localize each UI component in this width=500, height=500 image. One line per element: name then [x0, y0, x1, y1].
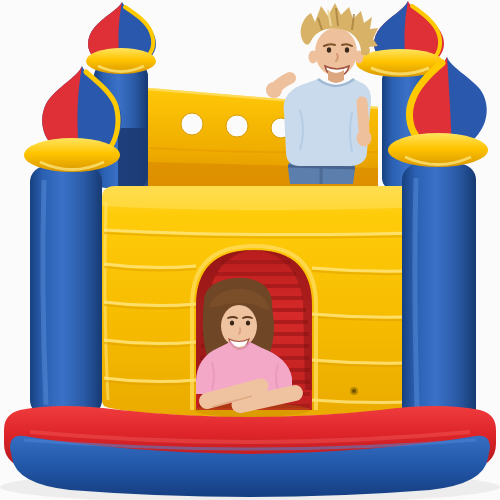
product-photo-bounce-castle — [0, 0, 500, 500]
inflatable-base — [4, 406, 496, 497]
tower-ring — [24, 138, 120, 172]
column-highlight — [415, 178, 418, 440]
boy-left-arm — [362, 102, 364, 130]
inflation-valve-center — [352, 389, 356, 393]
porthole — [181, 113, 203, 135]
tower-ring — [388, 133, 488, 167]
boy-left-hand — [357, 130, 372, 147]
castle-scene — [0, 0, 500, 500]
girl-face — [221, 305, 257, 347]
interior-shadow — [118, 128, 148, 186]
boy-shirt — [284, 79, 371, 166]
girl-eye — [246, 320, 250, 325]
jeans-waistband — [288, 166, 355, 168]
porthole — [226, 115, 248, 137]
boy-right-hand — [266, 82, 282, 98]
boy-eye — [327, 47, 331, 53]
boy-eye — [345, 47, 349, 53]
girl-hand — [254, 379, 269, 394]
wall-top-sheen — [102, 186, 454, 210]
girl-eye — [230, 320, 234, 325]
